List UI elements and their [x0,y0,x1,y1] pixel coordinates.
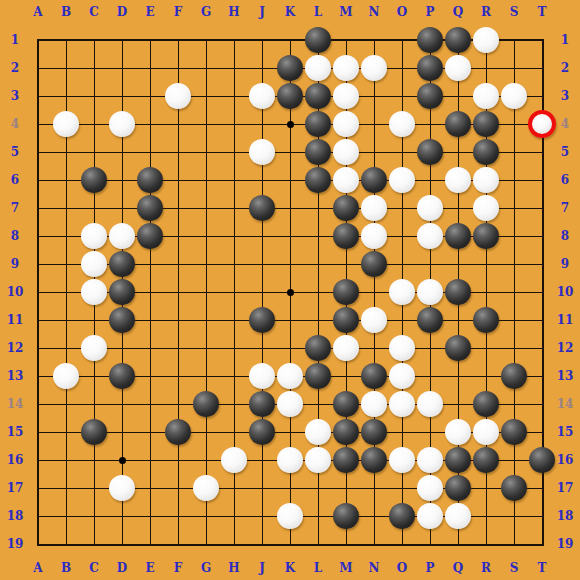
stone-white-R3[interactable] [473,83,499,109]
stone-white-C9[interactable] [81,251,107,277]
col-label-bottom-G: G [193,560,219,576]
stone-black-P2[interactable] [417,55,443,81]
stone-white-J13[interactable] [249,363,275,389]
stone-black-P3[interactable] [417,83,443,109]
col-label-top-S: S [501,4,527,20]
stone-black-E7[interactable] [137,195,163,221]
stone-black-K2[interactable] [277,55,303,81]
row-label-left-13: 13 [2,368,28,384]
row-label-left-1: 1 [2,32,28,48]
stone-black-P5[interactable] [417,139,443,165]
stone-black-M15[interactable] [333,419,359,445]
stone-black-S17[interactable] [501,475,527,501]
col-label-top-N: N [361,4,387,20]
row-label-left-5: 5 [2,144,28,160]
row-label-right-12: 12 [552,340,578,356]
row-label-left-4: 4 [2,116,28,132]
stone-black-R16[interactable] [473,447,499,473]
stone-white-K16[interactable] [277,447,303,473]
row-label-right-1: 1 [552,32,578,48]
stone-black-F15[interactable] [165,419,191,445]
stone-black-M10[interactable] [333,279,359,305]
col-label-top-C: C [81,4,107,20]
stone-white-M5[interactable] [333,139,359,165]
stone-white-D8[interactable] [109,223,135,249]
col-label-top-Q: Q [445,4,471,20]
col-label-top-B: B [53,4,79,20]
stone-black-C15[interactable] [81,419,107,445]
stone-white-D17[interactable] [109,475,135,501]
col-label-top-F: F [165,4,191,20]
stone-black-N9[interactable] [361,251,387,277]
stone-black-R11[interactable] [473,307,499,333]
row-label-right-9: 9 [552,256,578,272]
stone-white-M12[interactable] [333,335,359,361]
stone-white-O4[interactable] [389,111,415,137]
stone-white-J5[interactable] [249,139,275,165]
stone-black-J11[interactable] [249,307,275,333]
stone-white-O12[interactable] [389,335,415,361]
col-label-top-H: H [221,4,247,20]
stone-white-N2[interactable] [361,55,387,81]
row-label-right-13: 13 [552,368,578,384]
stone-black-Q16[interactable] [445,447,471,473]
stone-white-L2[interactable] [305,55,331,81]
stone-white-D4[interactable] [109,111,135,137]
stone-black-L12[interactable] [305,335,331,361]
stone-white-P10[interactable] [417,279,443,305]
stone-black-D13[interactable] [109,363,135,389]
stone-black-S15[interactable] [501,419,527,445]
col-label-bottom-P: P [417,560,443,576]
stone-white-K13[interactable] [277,363,303,389]
stone-black-L3[interactable] [305,83,331,109]
stone-white-K18[interactable] [277,503,303,529]
col-label-bottom-K: K [277,560,303,576]
row-label-left-14: 14 [2,396,28,412]
stone-white-P8[interactable] [417,223,443,249]
col-label-bottom-T: T [529,560,555,576]
stone-black-M8[interactable] [333,223,359,249]
stone-white-N8[interactable] [361,223,387,249]
col-label-bottom-Q: Q [445,560,471,576]
row-label-left-18: 18 [2,508,28,524]
stone-white-P18[interactable] [417,503,443,529]
stone-black-Q1[interactable] [445,27,471,53]
row-label-right-15: 15 [552,424,578,440]
stone-white-C8[interactable] [81,223,107,249]
col-label-bottom-N: N [361,560,387,576]
stone-black-R4[interactable] [473,111,499,137]
row-label-right-17: 17 [552,480,578,496]
col-label-top-R: R [473,4,499,20]
stone-black-R5[interactable] [473,139,499,165]
stone-white-F3[interactable] [165,83,191,109]
row-label-right-8: 8 [552,228,578,244]
col-label-bottom-E: E [137,560,163,576]
stone-white-Q18[interactable] [445,503,471,529]
col-label-top-K: K [277,4,303,20]
row-label-left-19: 19 [2,536,28,552]
stone-black-Q4[interactable] [445,111,471,137]
row-label-left-10: 10 [2,284,28,300]
stone-white-M3[interactable] [333,83,359,109]
stone-white-O13[interactable] [389,363,415,389]
col-label-top-G: G [193,4,219,20]
col-label-bottom-D: D [109,560,135,576]
go-board[interactable]: AABBCCDDEEFFGGHHJJKKLLMMNNOOPPQQRRSSTT11… [0,0,580,580]
row-label-left-3: 3 [2,88,28,104]
col-label-top-J: J [249,4,275,20]
stone-black-Q12[interactable] [445,335,471,361]
row-label-right-2: 2 [552,60,578,76]
stone-white-O16[interactable] [389,447,415,473]
col-label-top-E: E [137,4,163,20]
col-label-bottom-J: J [249,560,275,576]
stone-black-L1[interactable] [305,27,331,53]
stone-black-N16[interactable] [361,447,387,473]
stone-black-J14[interactable] [249,391,275,417]
stone-black-Q10[interactable] [445,279,471,305]
row-label-right-6: 6 [552,172,578,188]
stone-white-R1[interactable] [473,27,499,53]
stone-black-P11[interactable] [417,307,443,333]
stone-black-T16[interactable] [529,447,555,473]
stone-black-Q8[interactable] [445,223,471,249]
stone-white-B4[interactable] [53,111,79,137]
col-label-top-L: L [305,4,331,20]
stone-black-R8[interactable] [473,223,499,249]
stone-black-M7[interactable] [333,195,359,221]
row-label-right-10: 10 [552,284,578,300]
row-label-right-19: 19 [552,536,578,552]
stone-white-M2[interactable] [333,55,359,81]
stone-black-G14[interactable] [193,391,219,417]
stone-black-M14[interactable] [333,391,359,417]
col-label-top-P: P [417,4,443,20]
stone-white-Q6[interactable] [445,167,471,193]
stone-white-G17[interactable] [193,475,219,501]
stone-white-K14[interactable] [277,391,303,417]
row-label-right-14: 14 [552,396,578,412]
col-label-bottom-S: S [501,560,527,576]
stone-white-R6[interactable] [473,167,499,193]
stone-black-L4[interactable] [305,111,331,137]
stone-black-J7[interactable] [249,195,275,221]
col-label-top-A: A [25,4,51,20]
stone-black-M11[interactable] [333,307,359,333]
stone-black-L13[interactable] [305,363,331,389]
col-label-bottom-L: L [305,560,331,576]
col-label-bottom-B: B [53,560,79,576]
stone-black-D10[interactable] [109,279,135,305]
col-label-top-M: M [333,4,359,20]
stone-white-P16[interactable] [417,447,443,473]
row-label-right-11: 11 [552,312,578,328]
stone-white-Q2[interactable] [445,55,471,81]
row-label-left-12: 12 [2,340,28,356]
row-label-left-7: 7 [2,200,28,216]
stone-white-O10[interactable] [389,279,415,305]
stone-black-N15[interactable] [361,419,387,445]
col-label-top-D: D [109,4,135,20]
stone-white-C10[interactable] [81,279,107,305]
stone-white-R7[interactable] [473,195,499,221]
stone-black-L6[interactable] [305,167,331,193]
stone-black-E8[interactable] [137,223,163,249]
col-label-bottom-F: F [165,560,191,576]
stone-black-Q17[interactable] [445,475,471,501]
stone-black-E6[interactable] [137,167,163,193]
star-point-D16 [119,457,126,464]
stone-black-D9[interactable] [109,251,135,277]
stone-white-S3[interactable] [501,83,527,109]
col-label-top-O: O [389,4,415,20]
stone-black-P1[interactable] [417,27,443,53]
col-label-bottom-M: M [333,560,359,576]
row-label-left-2: 2 [2,60,28,76]
star-point-K10 [287,289,294,296]
stone-white-J3[interactable] [249,83,275,109]
stone-black-C6[interactable] [81,167,107,193]
stone-white-P17[interactable] [417,475,443,501]
stone-white-P7[interactable] [417,195,443,221]
stone-black-N13[interactable] [361,363,387,389]
row-label-right-7: 7 [552,200,578,216]
col-label-bottom-H: H [221,560,247,576]
stone-black-O18[interactable] [389,503,415,529]
stone-white-O6[interactable] [389,167,415,193]
stone-white-N7[interactable] [361,195,387,221]
col-label-bottom-C: C [81,560,107,576]
stone-white-N14[interactable] [361,391,387,417]
row-label-right-18: 18 [552,508,578,524]
row-label-left-15: 15 [2,424,28,440]
stone-white-M4[interactable] [333,111,359,137]
stone-white-P14[interactable] [417,391,443,417]
stone-black-N6[interactable] [361,167,387,193]
row-label-left-6: 6 [2,172,28,188]
row-label-left-11: 11 [2,312,28,328]
stone-white-C12[interactable] [81,335,107,361]
stone-white-M6[interactable] [333,167,359,193]
stone-white-R15[interactable] [473,419,499,445]
stone-white-T4-last-move-red-circle[interactable] [528,110,556,138]
row-label-right-16: 16 [552,452,578,468]
row-label-right-3: 3 [552,88,578,104]
col-label-bottom-A: A [25,560,51,576]
stone-black-M16[interactable] [333,447,359,473]
row-label-right-5: 5 [552,144,578,160]
stone-white-L15[interactable] [305,419,331,445]
stone-black-D11[interactable] [109,307,135,333]
star-point-K4 [287,121,294,128]
stone-white-O14[interactable] [389,391,415,417]
stone-black-J15[interactable] [249,419,275,445]
row-label-left-16: 16 [2,452,28,468]
stone-black-R14[interactable] [473,391,499,417]
stone-white-H16[interactable] [221,447,247,473]
stone-white-L16[interactable] [305,447,331,473]
stone-black-K3[interactable] [277,83,303,109]
stone-white-N11[interactable] [361,307,387,333]
col-label-bottom-R: R [473,560,499,576]
row-label-left-8: 8 [2,228,28,244]
col-label-top-T: T [529,4,555,20]
stone-black-L5[interactable] [305,139,331,165]
stone-black-M18[interactable] [333,503,359,529]
row-label-left-9: 9 [2,256,28,272]
stone-white-B13[interactable] [53,363,79,389]
stone-black-S13[interactable] [501,363,527,389]
col-label-bottom-O: O [389,560,415,576]
row-label-left-17: 17 [2,480,28,496]
stone-white-Q15[interactable] [445,419,471,445]
